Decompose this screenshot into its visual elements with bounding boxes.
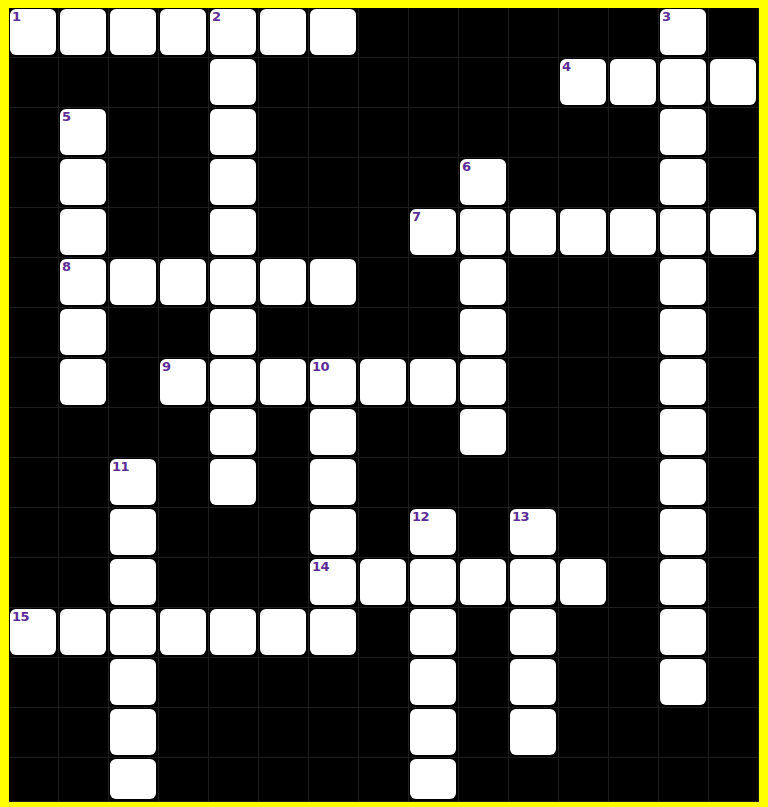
cell-fill	[510, 659, 556, 705]
block-cell	[409, 58, 459, 108]
block-cell	[709, 108, 759, 158]
crossword-cell[interactable]	[659, 508, 709, 558]
block-cell	[259, 708, 309, 758]
block-cell	[309, 58, 359, 108]
block-cell	[159, 208, 209, 258]
crossword-cell[interactable]	[59, 208, 109, 258]
crossword-cell[interactable]: 15	[9, 608, 59, 658]
block-cell	[159, 308, 209, 358]
block-cell	[359, 208, 409, 258]
block-cell	[609, 658, 659, 708]
block-cell	[359, 108, 409, 158]
cell-fill	[210, 359, 256, 405]
block-cell	[409, 158, 459, 208]
block-cell	[309, 308, 359, 358]
block-cell	[709, 708, 759, 758]
cell-fill	[60, 309, 106, 355]
crossword-cell[interactable]	[159, 8, 209, 58]
crossword-cell[interactable]	[59, 608, 109, 658]
cell-fill	[160, 609, 206, 655]
block-cell	[9, 658, 59, 708]
block-cell	[259, 108, 309, 158]
block-cell	[159, 458, 209, 508]
crossword-board: 123456789101112131415	[9, 8, 759, 802]
crossword-cell[interactable]: 6	[459, 158, 509, 208]
crossword-cell[interactable]	[509, 708, 559, 758]
cell-fill	[410, 359, 456, 405]
block-cell	[9, 258, 59, 308]
block-cell	[709, 358, 759, 408]
block-cell	[259, 308, 309, 358]
crossword-cell[interactable]: 1	[9, 8, 59, 58]
crossword-cell[interactable]	[209, 308, 259, 358]
block-cell	[709, 8, 759, 58]
cell-fill	[110, 559, 156, 605]
cell-fill	[310, 409, 356, 455]
crossword-cell[interactable]: 8	[59, 258, 109, 308]
crossword-cell[interactable]	[259, 8, 309, 58]
block-cell	[359, 258, 409, 308]
block-cell	[609, 508, 659, 558]
block-cell	[59, 558, 109, 608]
block-cell	[359, 508, 409, 558]
block-cell	[209, 758, 259, 802]
block-cell	[609, 558, 659, 608]
crossword-cell[interactable]	[59, 158, 109, 208]
block-cell	[559, 158, 609, 208]
crossword-cell[interactable]	[309, 458, 359, 508]
clue-number: 6	[462, 159, 471, 174]
block-cell	[209, 508, 259, 558]
crossword-cell[interactable]	[659, 608, 709, 658]
cell-fill	[210, 609, 256, 655]
block-cell	[559, 258, 609, 308]
cell-fill	[110, 9, 156, 55]
block-cell	[259, 758, 309, 802]
crossword-cell[interactable]	[309, 258, 359, 308]
clue-number: 7	[412, 209, 421, 224]
crossword-cell[interactable]	[459, 258, 509, 308]
clue-number: 15	[12, 609, 29, 624]
crossword-cell[interactable]	[209, 208, 259, 258]
block-cell	[559, 308, 609, 358]
cell-fill	[510, 209, 556, 255]
block-cell	[109, 58, 159, 108]
cell-fill	[660, 159, 706, 205]
block-cell	[409, 258, 459, 308]
block-cell	[509, 408, 559, 458]
cell-fill	[60, 359, 106, 405]
block-cell	[559, 758, 609, 802]
cell-fill	[310, 259, 356, 305]
cell-fill	[560, 209, 606, 255]
crossword-cell[interactable]	[659, 558, 709, 608]
cell-fill	[260, 609, 306, 655]
crossword-cell[interactable]	[159, 608, 209, 658]
cell-fill	[410, 759, 456, 799]
block-cell	[609, 308, 659, 358]
block-cell	[509, 108, 559, 158]
crossword-cell[interactable]: 14	[309, 558, 359, 608]
crossword-cell[interactable]	[659, 408, 709, 458]
crossword-cell[interactable]	[609, 58, 659, 108]
cell-fill	[460, 259, 506, 305]
crossword-cell[interactable]	[109, 508, 159, 558]
cell-fill	[660, 659, 706, 705]
block-cell	[709, 158, 759, 208]
cell-fill	[60, 209, 106, 255]
crossword-cell[interactable]	[509, 558, 559, 608]
block-cell	[159, 108, 209, 158]
block-cell	[509, 8, 559, 58]
crossword-cell[interactable]	[409, 758, 459, 802]
block-cell	[309, 108, 359, 158]
block-cell	[159, 408, 209, 458]
block-cell	[359, 458, 409, 508]
crossword-cell[interactable]	[209, 608, 259, 658]
cell-fill	[210, 409, 256, 455]
cell-fill	[260, 359, 306, 405]
crossword-cell[interactable]	[309, 508, 359, 558]
clue-number: 4	[562, 59, 571, 74]
crossword-cell[interactable]: 4	[559, 58, 609, 108]
block-cell	[359, 58, 409, 108]
cell-fill	[110, 259, 156, 305]
block-cell	[9, 508, 59, 558]
clue-number: 8	[62, 259, 71, 274]
crossword-cell[interactable]: 7	[409, 208, 459, 258]
block-cell	[109, 408, 159, 458]
block-cell	[659, 708, 709, 758]
cell-fill	[560, 559, 606, 605]
block-cell	[359, 658, 409, 708]
block-cell	[409, 458, 459, 508]
cell-fill	[610, 209, 656, 255]
cell-fill	[660, 59, 706, 105]
crossword-cell[interactable]	[659, 208, 709, 258]
cell-fill	[210, 109, 256, 155]
cell-fill	[660, 609, 706, 655]
crossword-cell[interactable]	[109, 758, 159, 802]
cell-fill	[660, 409, 706, 455]
crossword-cell[interactable]	[509, 208, 559, 258]
block-cell	[259, 458, 309, 508]
crossword-cell[interactable]	[659, 258, 709, 308]
cell-fill	[160, 9, 206, 55]
block-cell	[609, 458, 659, 508]
block-cell	[9, 208, 59, 258]
cell-fill	[460, 559, 506, 605]
block-cell	[9, 358, 59, 408]
crossword-cell[interactable]	[259, 608, 309, 658]
crossword-cell[interactable]	[659, 458, 709, 508]
cell-fill	[110, 609, 156, 655]
crossword-cell[interactable]: 9	[159, 358, 209, 408]
crossword-cell[interactable]	[59, 308, 109, 358]
crossword-cell[interactable]: 13	[509, 508, 559, 558]
crossword-cell[interactable]	[359, 558, 409, 608]
block-cell	[259, 208, 309, 258]
block-cell	[109, 158, 159, 208]
block-cell	[59, 708, 109, 758]
cell-fill	[460, 309, 506, 355]
crossword-cell[interactable]: 2	[209, 8, 259, 58]
cell-fill	[460, 359, 506, 405]
clue-number: 11	[112, 459, 129, 474]
block-cell	[709, 508, 759, 558]
crossword-cell[interactable]	[109, 608, 159, 658]
crossword-cell[interactable]	[709, 58, 759, 108]
block-cell	[259, 408, 309, 458]
cell-fill	[410, 709, 456, 755]
block-cell	[409, 108, 459, 158]
block-cell	[559, 358, 609, 408]
crossword-cell[interactable]	[409, 708, 459, 758]
block-cell	[159, 508, 209, 558]
crossword-cell[interactable]	[459, 308, 509, 358]
block-cell	[609, 358, 659, 408]
cell-fill	[660, 109, 706, 155]
crossword-cell[interactable]	[459, 408, 509, 458]
block-cell	[609, 608, 659, 658]
block-cell	[159, 708, 209, 758]
crossword-cell[interactable]: 5	[59, 108, 109, 158]
cell-fill	[660, 459, 706, 505]
block-cell	[259, 58, 309, 108]
crossword-cell[interactable]	[509, 658, 559, 708]
crossword-cell[interactable]	[209, 108, 259, 158]
block-cell	[709, 458, 759, 508]
block-cell	[9, 558, 59, 608]
block-cell	[259, 658, 309, 708]
crossword-cell[interactable]	[459, 558, 509, 608]
crossword-cell[interactable]	[409, 608, 459, 658]
crossword-cell[interactable]	[59, 8, 109, 58]
block-cell	[459, 608, 509, 658]
block-cell	[9, 58, 59, 108]
cell-fill	[60, 159, 106, 205]
cell-fill	[210, 309, 256, 355]
block-cell	[9, 108, 59, 158]
block-cell	[359, 708, 409, 758]
crossword-cell[interactable]	[659, 308, 709, 358]
crossword-cell[interactable]	[459, 358, 509, 408]
block-cell	[559, 508, 609, 558]
block-cell	[459, 8, 509, 58]
block-cell	[9, 758, 59, 802]
clue-number: 9	[162, 359, 171, 374]
cell-fill	[660, 559, 706, 605]
cell-fill	[60, 9, 106, 55]
block-cell	[559, 8, 609, 58]
block-cell	[109, 108, 159, 158]
crossword-cell[interactable]	[209, 58, 259, 108]
block-cell	[459, 108, 509, 158]
block-cell	[459, 458, 509, 508]
block-cell	[609, 408, 659, 458]
crossword-cell[interactable]	[659, 108, 709, 158]
crossword-cell[interactable]	[559, 558, 609, 608]
page-background: 123456789101112131415	[0, 0, 768, 807]
cell-fill	[210, 159, 256, 205]
cell-fill	[360, 359, 406, 405]
crossword-cell[interactable]	[659, 358, 709, 408]
crossword-cell[interactable]	[409, 658, 459, 708]
block-cell	[409, 408, 459, 458]
crossword-cell[interactable]	[309, 8, 359, 58]
block-cell	[359, 408, 409, 458]
block-cell	[609, 8, 659, 58]
cell-fill	[660, 259, 706, 305]
crossword-cell[interactable]	[409, 558, 459, 608]
crossword-cell[interactable]	[59, 358, 109, 408]
cell-fill	[410, 609, 456, 655]
cell-fill	[410, 559, 456, 605]
block-cell	[709, 608, 759, 658]
crossword-cell[interactable]	[209, 408, 259, 458]
block-cell	[559, 108, 609, 158]
block-cell	[559, 458, 609, 508]
block-cell	[559, 408, 609, 458]
cell-fill	[160, 259, 206, 305]
cell-fill	[510, 709, 556, 755]
block-cell	[609, 758, 659, 802]
block-cell	[59, 58, 109, 108]
crossword-cell[interactable]	[659, 58, 709, 108]
cell-fill	[410, 659, 456, 705]
cell-fill	[710, 209, 756, 255]
cell-fill	[710, 59, 756, 105]
block-cell	[209, 658, 259, 708]
block-cell	[609, 158, 659, 208]
crossword-cell[interactable]	[209, 358, 259, 408]
cell-fill	[460, 409, 506, 455]
crossword-cell[interactable]	[509, 608, 559, 658]
block-cell	[559, 608, 609, 658]
clue-number: 14	[312, 559, 329, 574]
cell-fill	[360, 559, 406, 605]
crossword-cell[interactable]	[259, 258, 309, 308]
cell-fill	[60, 609, 106, 655]
crossword-cell[interactable]	[209, 458, 259, 508]
block-cell	[259, 558, 309, 608]
crossword-cell[interactable]: 3	[659, 8, 709, 58]
block-cell	[359, 158, 409, 208]
crossword-cell[interactable]	[109, 8, 159, 58]
crossword-cell[interactable]: 12	[409, 508, 459, 558]
block-cell	[309, 758, 359, 802]
block-cell	[709, 258, 759, 308]
block-cell	[459, 508, 509, 558]
block-cell	[109, 208, 159, 258]
block-cell	[509, 758, 559, 802]
cell-fill	[210, 209, 256, 255]
cell-fill	[110, 759, 156, 799]
block-cell	[109, 308, 159, 358]
block-cell	[609, 708, 659, 758]
block-cell	[509, 258, 559, 308]
crossword-cell[interactable]	[659, 658, 709, 708]
block-cell	[309, 708, 359, 758]
block-cell	[159, 558, 209, 608]
crossword-cell[interactable]	[309, 408, 359, 458]
cell-fill	[510, 559, 556, 605]
block-cell	[59, 458, 109, 508]
block-cell	[709, 308, 759, 358]
block-cell	[59, 658, 109, 708]
clue-number: 13	[512, 509, 529, 524]
crossword-cell[interactable]: 11	[109, 458, 159, 508]
cell-fill	[660, 509, 706, 555]
block-cell	[209, 558, 259, 608]
cell-fill	[660, 309, 706, 355]
crossword-cell[interactable]	[409, 358, 459, 408]
crossword-cell[interactable]	[459, 208, 509, 258]
crossword-cell[interactable]	[109, 258, 159, 308]
block-cell	[359, 308, 409, 358]
crossword-cell[interactable]	[209, 158, 259, 208]
cell-fill	[110, 709, 156, 755]
block-cell	[559, 708, 609, 758]
block-cell	[309, 208, 359, 258]
crossword-cell[interactable]	[209, 258, 259, 308]
crossword-cell[interactable]	[309, 608, 359, 658]
block-cell	[359, 608, 409, 658]
cell-fill	[310, 509, 356, 555]
clue-number: 5	[62, 109, 71, 124]
block-cell	[59, 408, 109, 458]
clue-number: 10	[312, 359, 329, 374]
block-cell	[509, 58, 559, 108]
cell-fill	[310, 9, 356, 55]
block-cell	[209, 708, 259, 758]
block-cell	[109, 358, 159, 408]
cell-fill	[110, 659, 156, 705]
block-cell	[259, 508, 309, 558]
crossword-cell[interactable]	[559, 208, 609, 258]
cell-fill	[660, 359, 706, 405]
crossword-cell[interactable]: 10	[309, 358, 359, 408]
block-cell	[9, 458, 59, 508]
crossword-cell[interactable]	[159, 258, 209, 308]
cell-fill	[310, 459, 356, 505]
crossword-cell[interactable]	[359, 358, 409, 408]
block-cell	[509, 458, 559, 508]
block-cell	[59, 508, 109, 558]
crossword-cell[interactable]	[659, 158, 709, 208]
block-cell	[459, 58, 509, 108]
block-cell	[159, 758, 209, 802]
block-cell	[9, 308, 59, 358]
cell-fill	[260, 9, 306, 55]
cell-fill	[110, 509, 156, 555]
block-cell	[709, 758, 759, 802]
cell-fill	[460, 209, 506, 255]
block-cell	[559, 658, 609, 708]
block-cell	[309, 658, 359, 708]
crossword-cell[interactable]	[109, 658, 159, 708]
block-cell	[9, 158, 59, 208]
clue-number: 3	[662, 9, 671, 24]
crossword-cell[interactable]	[609, 208, 659, 258]
crossword-cell[interactable]	[109, 708, 159, 758]
crossword-cell[interactable]	[709, 208, 759, 258]
block-cell	[709, 558, 759, 608]
block-cell	[659, 758, 709, 802]
crossword-cell[interactable]	[109, 558, 159, 608]
crossword-cell[interactable]	[259, 358, 309, 408]
cell-fill	[660, 209, 706, 255]
